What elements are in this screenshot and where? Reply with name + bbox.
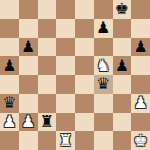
- square-a7[interactable]: [0, 19, 19, 38]
- square-b2[interactable]: ♟: [19, 113, 38, 132]
- square-e5[interactable]: [75, 56, 94, 75]
- square-g6[interactable]: [113, 38, 132, 57]
- square-f3[interactable]: [94, 94, 113, 113]
- piece-black-pawn[interactable]: ♟: [133, 38, 147, 54]
- square-a3[interactable]: ♛: [0, 94, 19, 113]
- square-b5[interactable]: [19, 56, 38, 75]
- square-d8[interactable]: [56, 0, 75, 19]
- square-h2[interactable]: [131, 113, 150, 132]
- square-f2[interactable]: [94, 113, 113, 132]
- square-c3[interactable]: [38, 94, 57, 113]
- piece-black-queen[interactable]: ♛: [96, 76, 110, 92]
- piece-black-pawn[interactable]: ♟: [21, 38, 35, 54]
- square-e6[interactable]: [75, 38, 94, 57]
- square-h1[interactable]: ♚: [131, 131, 150, 150]
- piece-white-rook[interactable]: ♜: [58, 132, 72, 148]
- square-a1[interactable]: [0, 131, 19, 150]
- square-c7[interactable]: [38, 19, 57, 38]
- square-g4[interactable]: [113, 75, 132, 94]
- square-a2[interactable]: ♟: [0, 113, 19, 132]
- square-b1[interactable]: [19, 131, 38, 150]
- piece-black-pawn[interactable]: ♟: [96, 20, 110, 36]
- piece-black-rook[interactable]: ♜: [40, 113, 54, 129]
- square-d2[interactable]: [56, 113, 75, 132]
- square-b4[interactable]: [19, 75, 38, 94]
- square-g2[interactable]: [113, 113, 132, 132]
- square-c8[interactable]: [38, 0, 57, 19]
- square-d3[interactable]: [56, 94, 75, 113]
- piece-white-knight[interactable]: ♞: [96, 57, 110, 73]
- chess-board: ♚♟♟♟♟♞♟♛♛♟♟♟♜♜♚: [0, 0, 150, 150]
- square-g7[interactable]: [113, 19, 132, 38]
- square-f1[interactable]: [94, 131, 113, 150]
- square-b7[interactable]: [19, 19, 38, 38]
- square-e4[interactable]: [75, 75, 94, 94]
- piece-black-king[interactable]: ♚: [115, 1, 129, 17]
- piece-black-pawn[interactable]: ♟: [2, 57, 16, 73]
- square-h5[interactable]: [131, 56, 150, 75]
- square-e8[interactable]: [75, 0, 94, 19]
- square-f7[interactable]: ♟: [94, 19, 113, 38]
- square-h4[interactable]: [131, 75, 150, 94]
- square-g1[interactable]: [113, 131, 132, 150]
- piece-white-king[interactable]: ♚: [133, 132, 147, 148]
- square-f6[interactable]: [94, 38, 113, 57]
- square-h7[interactable]: [131, 19, 150, 38]
- piece-white-pawn[interactable]: ♟: [21, 113, 35, 129]
- square-d1[interactable]: ♜: [56, 131, 75, 150]
- piece-black-queen[interactable]: ♛: [2, 95, 16, 111]
- square-a6[interactable]: [0, 38, 19, 57]
- square-a8[interactable]: [0, 0, 19, 19]
- square-a4[interactable]: [0, 75, 19, 94]
- square-c6[interactable]: [38, 38, 57, 57]
- square-g3[interactable]: [113, 94, 132, 113]
- square-g8[interactable]: ♚: [113, 0, 132, 19]
- piece-white-pawn[interactable]: ♟: [133, 95, 147, 111]
- square-f4[interactable]: ♛: [94, 75, 113, 94]
- square-b8[interactable]: [19, 0, 38, 19]
- square-h8[interactable]: [131, 0, 150, 19]
- square-e2[interactable]: [75, 113, 94, 132]
- square-d5[interactable]: [56, 56, 75, 75]
- square-h6[interactable]: ♟: [131, 38, 150, 57]
- square-e7[interactable]: [75, 19, 94, 38]
- square-d6[interactable]: [56, 38, 75, 57]
- square-b6[interactable]: ♟: [19, 38, 38, 57]
- square-h3[interactable]: ♟: [131, 94, 150, 113]
- square-c5[interactable]: [38, 56, 57, 75]
- square-g5[interactable]: ♟: [113, 56, 132, 75]
- square-e1[interactable]: [75, 131, 94, 150]
- square-e3[interactable]: [75, 94, 94, 113]
- square-a5[interactable]: ♟: [0, 56, 19, 75]
- piece-black-pawn[interactable]: ♟: [115, 57, 129, 73]
- square-d7[interactable]: [56, 19, 75, 38]
- square-f8[interactable]: [94, 0, 113, 19]
- square-c4[interactable]: [38, 75, 57, 94]
- piece-white-pawn[interactable]: ♟: [2, 113, 16, 129]
- square-c2[interactable]: ♜: [38, 113, 57, 132]
- square-c1[interactable]: [38, 131, 57, 150]
- square-f5[interactable]: ♞: [94, 56, 113, 75]
- square-b3[interactable]: [19, 94, 38, 113]
- square-d4[interactable]: [56, 75, 75, 94]
